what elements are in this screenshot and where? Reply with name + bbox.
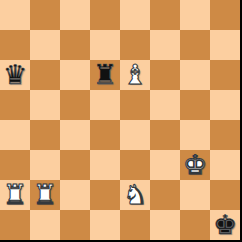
- square-a6[interactable]: ♛: [0, 60, 30, 90]
- square-e8[interactable]: [120, 0, 150, 30]
- square-a5[interactable]: [0, 90, 30, 120]
- square-e7[interactable]: [120, 30, 150, 60]
- white-king[interactable]: ♚: [183, 151, 207, 178]
- square-h4[interactable]: [210, 120, 240, 150]
- square-g5[interactable]: [180, 90, 210, 120]
- square-a8[interactable]: [0, 0, 30, 30]
- square-c5[interactable]: [60, 90, 90, 120]
- square-e5[interactable]: [120, 90, 150, 120]
- square-h2[interactable]: [210, 180, 240, 210]
- square-h1[interactable]: ♚: [210, 210, 240, 240]
- square-h8[interactable]: [210, 0, 240, 30]
- square-d8[interactable]: [90, 0, 120, 30]
- square-h7[interactable]: [210, 30, 240, 60]
- square-f2[interactable]: [150, 180, 180, 210]
- square-a4[interactable]: [0, 120, 30, 150]
- white-rook[interactable]: ♜: [3, 181, 27, 208]
- square-c3[interactable]: [60, 150, 90, 180]
- square-a7[interactable]: [0, 30, 30, 60]
- chess-board: ♛♜♝♚♜♜♞♚: [0, 0, 240, 240]
- square-h5[interactable]: [210, 90, 240, 120]
- square-b8[interactable]: [30, 0, 60, 30]
- square-c4[interactable]: [60, 120, 90, 150]
- square-g3[interactable]: ♚: [180, 150, 210, 180]
- square-c6[interactable]: [60, 60, 90, 90]
- square-e1[interactable]: [120, 210, 150, 240]
- black-king[interactable]: ♚: [213, 211, 237, 238]
- square-g7[interactable]: [180, 30, 210, 60]
- square-d3[interactable]: [90, 150, 120, 180]
- square-b3[interactable]: [30, 150, 60, 180]
- square-g2[interactable]: [180, 180, 210, 210]
- square-b7[interactable]: [30, 30, 60, 60]
- square-f8[interactable]: [150, 0, 180, 30]
- square-f7[interactable]: [150, 30, 180, 60]
- chess-board-frame: ♛♜♝♚♜♜♞♚: [0, 0, 242, 242]
- square-f6[interactable]: [150, 60, 180, 90]
- square-a1[interactable]: [0, 210, 30, 240]
- square-a3[interactable]: [0, 150, 30, 180]
- square-d2[interactable]: [90, 180, 120, 210]
- square-g6[interactable]: [180, 60, 210, 90]
- square-e2[interactable]: ♞: [120, 180, 150, 210]
- square-c7[interactable]: [60, 30, 90, 60]
- square-b5[interactable]: [30, 90, 60, 120]
- white-bishop[interactable]: ♝: [123, 61, 147, 88]
- square-b4[interactable]: [30, 120, 60, 150]
- square-c8[interactable]: [60, 0, 90, 30]
- square-d5[interactable]: [90, 90, 120, 120]
- square-g1[interactable]: [180, 210, 210, 240]
- square-b2[interactable]: ♜: [30, 180, 60, 210]
- black-queen[interactable]: ♛: [3, 61, 27, 88]
- square-h3[interactable]: [210, 150, 240, 180]
- square-d7[interactable]: [90, 30, 120, 60]
- white-rook[interactable]: ♜: [33, 181, 57, 208]
- square-f3[interactable]: [150, 150, 180, 180]
- square-d1[interactable]: [90, 210, 120, 240]
- square-f5[interactable]: [150, 90, 180, 120]
- square-g8[interactable]: [180, 0, 210, 30]
- square-g4[interactable]: [180, 120, 210, 150]
- white-knight[interactable]: ♞: [123, 181, 147, 208]
- square-b1[interactable]: [30, 210, 60, 240]
- square-c1[interactable]: [60, 210, 90, 240]
- square-b6[interactable]: [30, 60, 60, 90]
- square-f1[interactable]: [150, 210, 180, 240]
- square-f4[interactable]: [150, 120, 180, 150]
- square-e4[interactable]: [120, 120, 150, 150]
- square-d6[interactable]: ♜: [90, 60, 120, 90]
- black-rook[interactable]: ♜: [93, 61, 117, 88]
- square-d4[interactable]: [90, 120, 120, 150]
- square-h6[interactable]: [210, 60, 240, 90]
- square-e3[interactable]: [120, 150, 150, 180]
- square-a2[interactable]: ♜: [0, 180, 30, 210]
- square-e6[interactable]: ♝: [120, 60, 150, 90]
- square-c2[interactable]: [60, 180, 90, 210]
